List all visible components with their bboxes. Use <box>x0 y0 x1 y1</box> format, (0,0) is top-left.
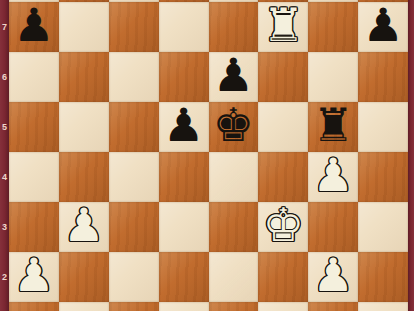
square-c6[interactable] <box>109 52 159 102</box>
square-a4[interactable] <box>9 152 59 202</box>
square-h2[interactable] <box>358 252 408 302</box>
square-g7[interactable] <box>308 2 358 52</box>
square-b2[interactable] <box>59 252 109 302</box>
square-d3[interactable] <box>159 202 209 252</box>
white-pawn-piece[interactable]: ♟ <box>63 200 104 250</box>
board-frame-right <box>408 0 414 311</box>
square-g1[interactable] <box>308 302 358 311</box>
square-c3[interactable] <box>109 202 159 252</box>
square-a1[interactable] <box>9 302 59 311</box>
rank-label-7: 7 <box>0 21 9 33</box>
rank-label-6: 6 <box>0 71 9 83</box>
white-king-piece[interactable]: ♚ <box>263 200 304 250</box>
square-g6[interactable] <box>308 52 358 102</box>
square-b6[interactable] <box>59 52 109 102</box>
square-d7[interactable] <box>159 2 209 52</box>
square-a6[interactable] <box>9 52 59 102</box>
square-e5[interactable]: ♚ <box>209 102 259 152</box>
white-pawn-piece[interactable]: ♟ <box>13 250 54 300</box>
square-f1[interactable] <box>258 302 308 311</box>
square-c2[interactable] <box>109 252 159 302</box>
square-b5[interactable] <box>59 102 109 152</box>
rank-label-3: 3 <box>0 221 9 233</box>
square-f5[interactable] <box>258 102 308 152</box>
square-a2[interactable]: ♟ <box>9 252 59 302</box>
black-rook-piece[interactable]: ♜ <box>313 100 354 150</box>
square-h6[interactable] <box>358 52 408 102</box>
square-b7[interactable] <box>59 2 109 52</box>
white-pawn-piece[interactable]: ♟ <box>313 150 354 200</box>
square-d4[interactable] <box>159 152 209 202</box>
square-c5[interactable] <box>109 102 159 152</box>
square-c4[interactable] <box>109 152 159 202</box>
white-pawn-piece[interactable]: ♟ <box>313 250 354 300</box>
black-pawn-piece[interactable]: ♟ <box>13 0 54 50</box>
square-e1[interactable] <box>209 302 259 311</box>
square-g3[interactable] <box>308 202 358 252</box>
square-h5[interactable] <box>358 102 408 152</box>
square-e7[interactable] <box>209 2 259 52</box>
square-h1[interactable] <box>358 302 408 311</box>
square-g5[interactable]: ♜ <box>308 102 358 152</box>
black-pawn-piece[interactable]: ♟ <box>362 0 403 50</box>
square-a5[interactable] <box>9 102 59 152</box>
square-f3[interactable]: ♚ <box>258 202 308 252</box>
square-g4[interactable]: ♟ <box>308 152 358 202</box>
square-f7[interactable]: ♜ <box>258 2 308 52</box>
square-c7[interactable] <box>109 2 159 52</box>
square-d6[interactable] <box>159 52 209 102</box>
chess-board: ♟♜♟♟♟♚♜♟♟♚♟♟ <box>9 0 408 311</box>
square-e3[interactable] <box>209 202 259 252</box>
square-a7[interactable]: ♟ <box>9 2 59 52</box>
chess-board-viewport: ♟♜♟♟♟♚♜♟♟♚♟♟ 765432 <box>0 0 414 311</box>
black-pawn-piece[interactable]: ♟ <box>213 50 254 100</box>
white-rook-piece[interactable]: ♜ <box>263 0 304 50</box>
square-b1[interactable] <box>59 302 109 311</box>
square-d5[interactable]: ♟ <box>159 102 209 152</box>
black-king-piece[interactable]: ♚ <box>213 100 254 150</box>
square-d2[interactable] <box>159 252 209 302</box>
square-b4[interactable] <box>59 152 109 202</box>
rank-label-5: 5 <box>0 121 9 133</box>
rank-label-4: 4 <box>0 171 9 183</box>
square-f6[interactable] <box>258 52 308 102</box>
rank-label-2: 2 <box>0 271 9 283</box>
black-pawn-piece[interactable]: ♟ <box>163 100 204 150</box>
square-g2[interactable]: ♟ <box>308 252 358 302</box>
square-h7[interactable]: ♟ <box>358 2 408 52</box>
square-e2[interactable] <box>209 252 259 302</box>
square-e6[interactable]: ♟ <box>209 52 259 102</box>
square-h3[interactable] <box>358 202 408 252</box>
square-b3[interactable]: ♟ <box>59 202 109 252</box>
square-c1[interactable] <box>109 302 159 311</box>
square-d1[interactable] <box>159 302 209 311</box>
square-e4[interactable] <box>209 152 259 202</box>
square-f2[interactable] <box>258 252 308 302</box>
square-a3[interactable] <box>9 202 59 252</box>
square-f4[interactable] <box>258 152 308 202</box>
square-h4[interactable] <box>358 152 408 202</box>
board-frame-left <box>0 0 9 311</box>
